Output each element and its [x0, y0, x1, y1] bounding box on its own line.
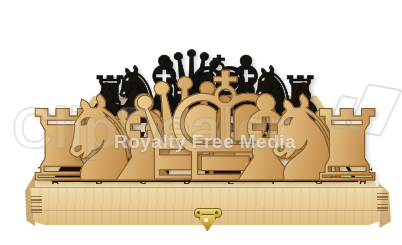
- piece-white-rook-h1: ♜: [303, 97, 391, 195]
- clasp-hook-hole: [204, 218, 208, 222]
- brass-clasp-hook-icon: [199, 214, 216, 231]
- chess-photo-scene: ABCDEFGH 1 1 ♜♞♝♛♚♝♞♜♟♟♟♟♟♟♟♟♟♟♟♟♟♟♟♟♜♞♝…: [0, 0, 402, 245]
- finger-joint-right-lower: [377, 204, 388, 211]
